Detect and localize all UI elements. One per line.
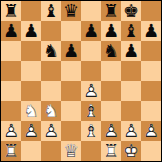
bishop-outline-glyph: ♗: [81, 101, 101, 121]
square-d2[interactable]: [61, 121, 81, 141]
square-g2[interactable]: ♟♙: [121, 121, 141, 141]
square-b1[interactable]: [21, 141, 41, 161]
square-b5[interactable]: [21, 61, 41, 81]
square-f8[interactable]: ♜: [101, 1, 121, 21]
square-b7[interactable]: ♟: [21, 21, 41, 41]
queen-outline-glyph: ♕: [61, 141, 81, 161]
king-glyph: ♚: [121, 1, 141, 21]
square-h7[interactable]: ♟: [141, 21, 161, 41]
square-a1[interactable]: ♜♖: [1, 141, 21, 161]
square-g4[interactable]: [121, 81, 141, 101]
square-b3[interactable]: ♞♘: [21, 101, 41, 121]
square-d7[interactable]: [61, 21, 81, 41]
square-e2[interactable]: ♝♗: [81, 121, 101, 141]
square-e6[interactable]: [81, 41, 101, 61]
piece-black-knight: ♞: [101, 41, 121, 61]
square-a8[interactable]: ♜: [1, 1, 21, 21]
piece-white-king: ♚♔: [121, 141, 141, 161]
square-c8[interactable]: ♝: [41, 1, 61, 21]
knight-outline-glyph: ♘: [41, 101, 61, 121]
pawn-glyph: ♟: [101, 21, 121, 41]
square-c6[interactable]: ♞: [41, 41, 61, 61]
square-e4[interactable]: ♟♙: [81, 81, 101, 101]
piece-black-pawn: ♟: [81, 21, 101, 41]
piece-white-knight: ♞♘: [21, 101, 41, 121]
square-g3[interactable]: [121, 101, 141, 121]
piece-black-pawn: ♟: [21, 21, 41, 41]
bishop-glyph: ♝: [121, 21, 141, 41]
square-h8[interactable]: [141, 1, 161, 21]
square-f2[interactable]: ♟♙: [101, 121, 121, 141]
piece-white-bishop: ♝♗: [81, 121, 101, 141]
piece-white-pawn: ♟♙: [81, 81, 101, 101]
piece-white-pawn: ♟♙: [21, 121, 41, 141]
square-g8[interactable]: ♚: [121, 1, 141, 21]
square-h2[interactable]: ♟♙: [141, 121, 161, 141]
square-g1[interactable]: ♚♔: [121, 141, 141, 161]
piece-black-bishop: ♝: [121, 21, 141, 41]
pawn-glyph: ♟: [61, 41, 81, 61]
square-d6[interactable]: ♟: [61, 41, 81, 61]
piece-white-pawn: ♟♙: [121, 121, 141, 141]
rook-outline-glyph: ♖: [101, 141, 121, 161]
square-f7[interactable]: ♟: [101, 21, 121, 41]
square-f1[interactable]: ♜♖: [101, 141, 121, 161]
piece-white-pawn: ♟♙: [101, 121, 121, 141]
square-e7[interactable]: ♟: [81, 21, 101, 41]
square-f3[interactable]: [101, 101, 121, 121]
square-c3[interactable]: ♞♘: [41, 101, 61, 121]
piece-black-pawn: ♟: [141, 21, 161, 41]
square-a5[interactable]: [1, 61, 21, 81]
piece-black-pawn: ♟: [1, 21, 21, 41]
square-a2[interactable]: ♟♙: [1, 121, 21, 141]
piece-white-knight: ♞♘: [41, 101, 61, 121]
pawn-outline-glyph: ♙: [101, 121, 121, 141]
piece-black-bishop: ♝: [41, 1, 61, 21]
square-c2[interactable]: ♟♙: [41, 121, 61, 141]
pawn-glyph: ♟: [141, 21, 161, 41]
square-f5[interactable]: [101, 61, 121, 81]
knight-glyph: ♞: [41, 41, 61, 61]
square-d3[interactable]: [61, 101, 81, 121]
piece-black-king: ♚: [121, 1, 141, 21]
square-d4[interactable]: [61, 81, 81, 101]
rook-outline-glyph: ♖: [1, 141, 21, 161]
knight-glyph: ♞: [101, 41, 121, 61]
square-c7[interactable]: [41, 21, 61, 41]
square-b2[interactable]: ♟♙: [21, 121, 41, 141]
rook-glyph: ♜: [101, 1, 121, 21]
square-e8[interactable]: [81, 1, 101, 21]
pawn-outline-glyph: ♙: [21, 121, 41, 141]
square-h6[interactable]: [141, 41, 161, 61]
queen-glyph: ♛: [61, 1, 81, 21]
square-e3[interactable]: ♝♗: [81, 101, 101, 121]
bishop-outline-glyph: ♗: [81, 121, 101, 141]
pawn-glyph: ♟: [121, 41, 141, 61]
piece-white-rook: ♜♖: [101, 141, 121, 161]
square-c5[interactable]: [41, 61, 61, 81]
piece-black-pawn: ♟: [61, 41, 81, 61]
piece-black-knight: ♞: [41, 41, 61, 61]
square-d8[interactable]: ♛: [61, 1, 81, 21]
square-g5[interactable]: [121, 61, 141, 81]
chess-board: ♜♝♛♜♚♟♟♟♟♝♟♞♟♞♟♟♙♞♘♞♘♝♗♟♙♟♙♟♙♝♗♟♙♟♙♟♙♜♖♛…: [0, 0, 162, 162]
piece-white-queen: ♛♕: [61, 141, 81, 161]
square-h5[interactable]: [141, 61, 161, 81]
square-h4[interactable]: [141, 81, 161, 101]
rook-glyph: ♜: [1, 1, 21, 21]
piece-black-pawn: ♟: [121, 41, 141, 61]
square-e1[interactable]: [81, 141, 101, 161]
pawn-outline-glyph: ♙: [1, 121, 21, 141]
piece-white-pawn: ♟♙: [1, 121, 21, 141]
pawn-glyph: ♟: [81, 21, 101, 41]
square-a6[interactable]: [1, 41, 21, 61]
piece-white-pawn: ♟♙: [41, 121, 61, 141]
pawn-outline-glyph: ♙: [41, 121, 61, 141]
square-h1[interactable]: [141, 141, 161, 161]
pawn-glyph: ♟: [1, 21, 21, 41]
piece-white-pawn: ♟♙: [141, 121, 161, 141]
piece-black-rook: ♜: [1, 1, 21, 21]
square-b6[interactable]: [21, 41, 41, 61]
square-b4[interactable]: [21, 81, 41, 101]
square-f6[interactable]: ♞: [101, 41, 121, 61]
pawn-glyph: ♟: [21, 21, 41, 41]
bishop-glyph: ♝: [41, 1, 61, 21]
piece-black-queen: ♛: [61, 1, 81, 21]
square-b8[interactable]: [21, 1, 41, 21]
square-g6[interactable]: ♟: [121, 41, 141, 61]
square-a3[interactable]: [1, 101, 21, 121]
square-e5[interactable]: [81, 61, 101, 81]
square-g7[interactable]: ♝: [121, 21, 141, 41]
square-a4[interactable]: [1, 81, 21, 101]
square-a7[interactable]: ♟: [1, 21, 21, 41]
piece-black-rook: ♜: [101, 1, 121, 21]
square-f4[interactable]: [101, 81, 121, 101]
square-d5[interactable]: [61, 61, 81, 81]
pawn-outline-glyph: ♙: [121, 121, 141, 141]
piece-white-rook: ♜♖: [1, 141, 21, 161]
pawn-outline-glyph: ♙: [141, 121, 161, 141]
square-c4[interactable]: [41, 81, 61, 101]
pawn-outline-glyph: ♙: [81, 81, 101, 101]
piece-white-bishop: ♝♗: [81, 101, 101, 121]
square-d1[interactable]: ♛♕: [61, 141, 81, 161]
knight-outline-glyph: ♘: [21, 101, 41, 121]
square-c1[interactable]: [41, 141, 61, 161]
square-h3[interactable]: [141, 101, 161, 121]
king-outline-glyph: ♔: [121, 141, 141, 161]
piece-black-pawn: ♟: [101, 21, 121, 41]
